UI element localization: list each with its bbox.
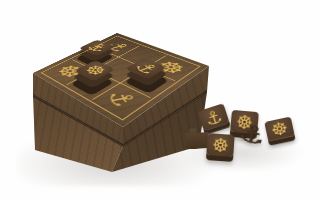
tictactoe-board: ⚓ ☸ ⚓ ⚓ ☸ ☸ ⚓ — [33, 33, 209, 127]
anchor-piece-glyph: ⚓ — [83, 42, 110, 55]
product-photo-stage: ⚓ ☸ ⚓ ⚓ ☸ ☸ ⚓ — [0, 0, 320, 200]
anchor-piece-glyph: ⚓ — [130, 61, 162, 77]
anchor-inlay: ⚓ — [103, 89, 139, 109]
anchor-piece-glyph: ⚓ — [203, 106, 225, 128]
wheel-piece-glyph: ☸ — [269, 119, 289, 139]
anchor-silhouette-glyph: ⚓ — [236, 119, 268, 149]
loose-anchor-piece[interactable]: ⚓ — [198, 103, 230, 131]
wheel-piece-glyph: ☸ — [79, 63, 111, 79]
wheel-piece-glyph: ☸ — [211, 135, 229, 155]
loose-wheel-piece[interactable]: ☸ — [206, 133, 234, 157]
